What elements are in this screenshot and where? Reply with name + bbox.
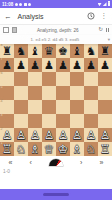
- white-pawn: ♙: [2, 128, 12, 142]
- white-king: ♔: [58, 142, 68, 156]
- square-f6[interactable]: [70, 72, 84, 86]
- square-h6[interactable]: [98, 72, 112, 86]
- white-knight: ♘: [86, 142, 96, 156]
- square-g6[interactable]: [84, 72, 98, 86]
- rank-label: 8: [1, 44, 3, 48]
- square-h1[interactable]: ♖: [98, 142, 112, 156]
- white-pawn: ♙: [100, 128, 110, 142]
- battery-icon: [108, 2, 111, 7]
- rank-label: 6: [1, 72, 3, 76]
- square-h8[interactable]: ♜: [98, 44, 112, 58]
- square-h2[interactable]: ♙: [98, 128, 112, 142]
- black-pawn: ♟: [16, 58, 26, 72]
- black-pawn: ♟: [100, 58, 110, 72]
- square-b1[interactable]: ♘: [14, 142, 28, 156]
- black-pawn: ♟: [2, 58, 12, 72]
- notification-icon: [15, 3, 18, 6]
- rank-label: 3: [1, 114, 3, 118]
- go-to-end-button[interactable]: »: [100, 159, 104, 166]
- square-d2[interactable]: ♙: [42, 128, 56, 142]
- square-g5[interactable]: [84, 86, 98, 100]
- black-king: ♚: [58, 44, 68, 58]
- square-b8[interactable]: ♞: [14, 44, 28, 58]
- square-d6[interactable]: [42, 72, 56, 86]
- square-h4[interactable]: [98, 100, 112, 114]
- square-g3[interactable]: [84, 114, 98, 128]
- square-d8[interactable]: ♛: [42, 44, 56, 58]
- evaluation-gauge-icon[interactable]: [49, 159, 63, 166]
- square-f4[interactable]: [70, 100, 84, 114]
- square-a6[interactable]: 6: [0, 72, 14, 86]
- square-f7[interactable]: ♟: [70, 58, 84, 72]
- black-knight: ♞: [86, 44, 96, 58]
- square-f2[interactable]: ♙: [70, 128, 84, 142]
- black-bishop: ♝: [30, 44, 40, 58]
- square-f8[interactable]: ♝: [70, 44, 84, 58]
- square-f5[interactable]: [70, 86, 84, 100]
- square-b7[interactable]: ♟: [14, 58, 28, 72]
- square-a2[interactable]: 2♙: [0, 128, 14, 142]
- expand-line-icon[interactable]: ▾: [108, 37, 110, 42]
- white-bishop: ♗: [72, 142, 82, 156]
- pause-analysis-icon[interactable]: [106, 28, 109, 32]
- square-c2[interactable]: ♙: [28, 128, 42, 142]
- square-c6[interactable]: [28, 72, 42, 86]
- square-b2[interactable]: ♙: [14, 128, 28, 142]
- toolbar: ← Analysis ⋮: [0, 8, 112, 25]
- page-title: Analysis: [18, 13, 87, 20]
- square-f1[interactable]: ♗: [70, 142, 84, 156]
- white-queen: ♕: [44, 142, 54, 156]
- square-d3[interactable]: [42, 114, 56, 128]
- black-pawn: ♟: [86, 58, 96, 72]
- white-pawn: ♙: [16, 128, 26, 142]
- square-b3[interactable]: [14, 114, 28, 128]
- engine-line-moves: 1. e4 e5 2. d4 d5 3. exd5: [2, 37, 108, 42]
- square-b4[interactable]: [14, 100, 28, 114]
- black-queen: ♛: [44, 44, 54, 58]
- square-c4[interactable]: [28, 100, 42, 114]
- square-g4[interactable]: [84, 100, 98, 114]
- white-pawn: ♙: [30, 128, 40, 142]
- square-b6[interactable]: [14, 72, 28, 86]
- square-c1[interactable]: ♗: [28, 142, 42, 156]
- notification-icon: [28, 3, 31, 6]
- square-a3[interactable]: 3: [0, 114, 14, 128]
- square-d1[interactable]: ♕: [42, 142, 56, 156]
- square-a1[interactable]: 1♖: [0, 142, 14, 156]
- white-rook: ♖: [100, 142, 110, 156]
- square-d4[interactable]: [42, 100, 56, 114]
- square-e8[interactable]: ♚: [56, 44, 70, 58]
- square-e2[interactable]: ♙: [56, 128, 70, 142]
- chess-board: 8♜♞♝♛♚♝♞♜7♟♟♟♟♟♟♟♟65432♙♙♙♙♙♙♙♙1♖♘♗♕♔♗♘♖: [0, 44, 112, 156]
- square-g7[interactable]: ♟: [84, 58, 98, 72]
- clock-icon[interactable]: [87, 12, 95, 20]
- move-navigation: « ‹ › »: [0, 156, 112, 168]
- signal-icon: [103, 2, 107, 6]
- square-a8[interactable]: 8♜: [0, 44, 14, 58]
- stop-analysis-icon[interactable]: [3, 27, 9, 33]
- gesture-handle[interactable]: [43, 193, 69, 196]
- square-h3[interactable]: [98, 114, 112, 128]
- black-pawn: ♟: [44, 58, 54, 72]
- square-a4[interactable]: 4: [0, 100, 14, 114]
- square-g8[interactable]: ♞: [84, 44, 98, 58]
- move-list-area: [0, 174, 112, 189]
- black-rook: ♜: [2, 44, 12, 58]
- next-move-button[interactable]: ›: [80, 159, 82, 166]
- analysis-status-text: Analyzing, depth: 26: [17, 28, 98, 33]
- go-to-start-button[interactable]: «: [9, 159, 13, 166]
- square-e4[interactable]: [56, 100, 70, 114]
- rank-label: 7: [1, 58, 3, 62]
- white-pawn: ♙: [86, 128, 96, 142]
- wifi-icon: [98, 2, 102, 6]
- square-a7[interactable]: 7♟: [0, 58, 14, 72]
- overflow-menu-icon[interactable]: ⋮: [100, 12, 109, 20]
- clock-time: 11:08: [2, 2, 13, 7]
- white-pawn: ♙: [58, 128, 68, 142]
- analysis-status-bar: Analyzing, depth: 26 ↻: [0, 25, 112, 35]
- rank-label: 5: [1, 86, 3, 90]
- rank-label: 4: [1, 100, 3, 104]
- status-bar: 11:08: [0, 0, 112, 8]
- notification-icon: [19, 3, 22, 6]
- black-pawn: ♟: [30, 58, 40, 72]
- square-c5[interactable]: [28, 86, 42, 100]
- square-h5[interactable]: [98, 86, 112, 100]
- square-e5[interactable]: [56, 86, 70, 100]
- square-c7[interactable]: ♟: [28, 58, 42, 72]
- square-g2[interactable]: ♙: [84, 128, 98, 142]
- square-a5[interactable]: 5: [0, 86, 14, 100]
- engine-line-row[interactable]: 1. e4 e5 2. d4 d5 3. exd5 ▾: [0, 35, 112, 44]
- black-pawn: ♟: [58, 58, 68, 72]
- white-knight: ♘: [16, 142, 26, 156]
- chess-analysis-app: 11:08 ← Analysis ⋮ Analyzing, depth: 26 …: [0, 0, 112, 200]
- lock-icon: [24, 3, 27, 6]
- black-rook: ♜: [100, 44, 110, 58]
- square-c3[interactable]: [28, 114, 42, 128]
- previous-move-button[interactable]: ‹: [30, 159, 32, 166]
- black-bishop: ♝: [72, 44, 82, 58]
- black-pawn: ♟: [72, 58, 82, 72]
- white-pawn: ♙: [72, 128, 82, 142]
- refresh-analysis-icon[interactable]: ↻: [98, 27, 103, 33]
- square-h7[interactable]: ♟: [98, 58, 112, 72]
- rank-label: 2: [1, 128, 3, 132]
- square-f3[interactable]: [70, 114, 84, 128]
- white-pawn: ♙: [44, 128, 54, 142]
- white-rook: ♖: [2, 142, 12, 156]
- android-navigation-bar: [0, 189, 112, 200]
- square-b5[interactable]: [14, 86, 28, 100]
- white-bishop: ♗: [30, 142, 40, 156]
- square-e6[interactable]: [56, 72, 70, 86]
- black-knight: ♞: [16, 44, 26, 58]
- square-e7[interactable]: ♟: [56, 58, 70, 72]
- square-d7[interactable]: ♟: [42, 58, 56, 72]
- square-e3[interactable]: [56, 114, 70, 128]
- square-c8[interactable]: ♝: [28, 44, 42, 58]
- rank-label: 1: [1, 142, 3, 146]
- square-d5[interactable]: [42, 86, 56, 100]
- square-g1[interactable]: ♘: [84, 142, 98, 156]
- back-arrow-icon[interactable]: ←: [4, 12, 12, 21]
- square-e1[interactable]: ♔: [56, 142, 70, 156]
